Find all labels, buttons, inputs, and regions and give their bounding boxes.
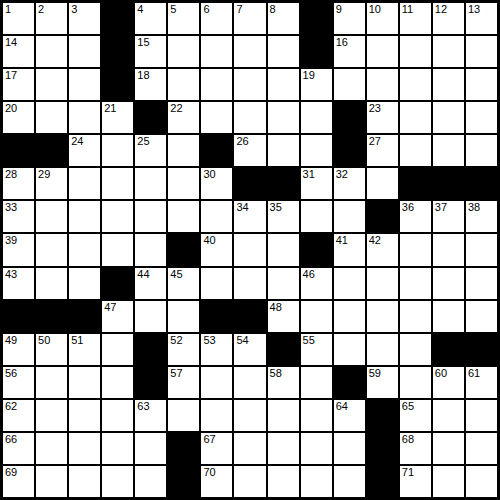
clue-number: 38 xyxy=(468,202,480,213)
cell-r14c9[interactable] xyxy=(268,433,299,464)
cell-r14c2[interactable] xyxy=(36,433,67,464)
cell-r5c12[interactable]: 27 xyxy=(367,135,398,166)
cell-r14c11[interactable] xyxy=(334,433,365,464)
cell-r6c2[interactable]: 29 xyxy=(36,168,67,199)
clue-number: 40 xyxy=(203,235,215,246)
cell-r10c12[interactable] xyxy=(367,301,398,332)
cell-r14c15[interactable] xyxy=(466,433,497,464)
cell-r9c7[interactable] xyxy=(201,268,232,299)
cell-r7c6[interactable] xyxy=(168,201,199,232)
block-cell-r5c11 xyxy=(334,135,365,166)
cell-r8c8[interactable] xyxy=(234,234,265,265)
clue-number: 5 xyxy=(170,4,176,15)
cell-r13c5[interactable]: 63 xyxy=(135,400,166,431)
cell-r12c7[interactable] xyxy=(201,367,232,398)
cell-r12c12[interactable]: 59 xyxy=(367,367,398,398)
cell-r14c8[interactable] xyxy=(234,433,265,464)
cell-r13c13[interactable]: 65 xyxy=(400,400,431,431)
cell-r1c13[interactable]: 11 xyxy=(400,3,431,34)
clue-number: 43 xyxy=(5,269,17,280)
cell-r9c12[interactable] xyxy=(367,268,398,299)
clue-number: 39 xyxy=(5,235,17,246)
clue-number: 10 xyxy=(369,4,381,15)
clue-number: 55 xyxy=(303,335,315,346)
clue-number: 6 xyxy=(203,4,209,15)
cell-r3c1[interactable]: 17 xyxy=(3,69,34,100)
cell-r14c5[interactable] xyxy=(135,433,166,464)
cell-r9c15[interactable] xyxy=(466,268,497,299)
block-cell-r5c1 xyxy=(3,135,34,166)
cell-r3c3[interactable] xyxy=(69,69,100,100)
cell-r5c15[interactable] xyxy=(466,135,497,166)
cell-r6c7[interactable]: 30 xyxy=(201,168,232,199)
cell-r13c2[interactable] xyxy=(36,400,67,431)
clue-number: 30 xyxy=(203,169,215,180)
cell-r15c1[interactable]: 69 xyxy=(3,466,34,497)
block-cell-r14c6 xyxy=(168,433,199,464)
cell-r1c11[interactable]: 9 xyxy=(334,3,365,34)
clue-number: 14 xyxy=(5,37,17,48)
cell-r9c5[interactable]: 44 xyxy=(135,268,166,299)
clue-number: 7 xyxy=(236,4,242,15)
cell-r6c6[interactable] xyxy=(168,168,199,199)
cell-r7c2[interactable] xyxy=(36,201,67,232)
block-cell-r6c8 xyxy=(234,168,265,199)
cell-r14c4[interactable] xyxy=(102,433,133,464)
cell-r1c15[interactable]: 13 xyxy=(466,3,497,34)
cell-r4c9[interactable] xyxy=(268,102,299,133)
block-cell-r4c5 xyxy=(135,102,166,133)
cell-r3c14[interactable] xyxy=(433,69,464,100)
block-cell-r12c11 xyxy=(334,367,365,398)
cell-r8c4[interactable] xyxy=(102,234,133,265)
cell-r6c4[interactable] xyxy=(102,168,133,199)
clue-number: 58 xyxy=(270,368,282,379)
block-cell-r11c15 xyxy=(466,334,497,365)
cell-r13c8[interactable] xyxy=(234,400,265,431)
cell-r10c14[interactable] xyxy=(433,301,464,332)
clue-number: 36 xyxy=(402,202,414,213)
block-cell-r6c9 xyxy=(268,168,299,199)
cell-r2c1[interactable]: 14 xyxy=(3,36,34,67)
clue-number: 71 xyxy=(402,467,414,478)
cell-r8c13[interactable] xyxy=(400,234,431,265)
clue-number: 28 xyxy=(5,169,17,180)
cell-r5c14[interactable] xyxy=(433,135,464,166)
clue-number: 54 xyxy=(236,335,248,346)
cell-r4c6[interactable]: 22 xyxy=(168,102,199,133)
clue-number: 8 xyxy=(270,4,276,15)
block-cell-r1c4 xyxy=(102,3,133,34)
cell-r12c1[interactable]: 56 xyxy=(3,367,34,398)
cell-r10c15[interactable] xyxy=(466,301,497,332)
cell-r4c10[interactable] xyxy=(301,102,332,133)
clue-number: 25 xyxy=(137,136,149,147)
cell-r4c14[interactable] xyxy=(433,102,464,133)
clue-number: 12 xyxy=(435,4,447,15)
cell-r12c3[interactable] xyxy=(69,367,100,398)
cell-r5c13[interactable] xyxy=(400,135,431,166)
clue-number: 19 xyxy=(303,70,315,81)
cell-r13c4[interactable] xyxy=(102,400,133,431)
clue-number: 62 xyxy=(5,401,17,412)
cell-r8c7[interactable]: 40 xyxy=(201,234,232,265)
clue-number: 9 xyxy=(336,4,342,15)
cell-r12c14[interactable]: 60 xyxy=(433,367,464,398)
cell-r3c13[interactable] xyxy=(400,69,431,100)
cell-r11c13[interactable] xyxy=(400,334,431,365)
cell-r2c12[interactable] xyxy=(367,36,398,67)
cell-r11c12[interactable] xyxy=(367,334,398,365)
clue-number: 65 xyxy=(402,401,414,412)
clue-number: 17 xyxy=(5,70,17,81)
block-cell-r10c2 xyxy=(36,301,67,332)
cell-r8c3[interactable] xyxy=(69,234,100,265)
cell-r7c9[interactable]: 35 xyxy=(268,201,299,232)
cell-r7c4[interactable] xyxy=(102,201,133,232)
clue-number: 66 xyxy=(5,434,17,445)
cell-r10c9[interactable]: 48 xyxy=(268,301,299,332)
cell-r2c7[interactable] xyxy=(201,36,232,67)
cell-r7c8[interactable]: 34 xyxy=(234,201,265,232)
cell-r9c10[interactable]: 46 xyxy=(301,268,332,299)
cell-r8c15[interactable] xyxy=(466,234,497,265)
cell-r8c12[interactable]: 42 xyxy=(367,234,398,265)
cell-r7c3[interactable] xyxy=(69,201,100,232)
cell-r13c11[interactable]: 64 xyxy=(334,400,365,431)
cell-r12c9[interactable]: 58 xyxy=(268,367,299,398)
clue-number: 11 xyxy=(402,4,413,15)
clue-number: 52 xyxy=(170,335,182,346)
cell-r3c12[interactable] xyxy=(367,69,398,100)
clue-number: 45 xyxy=(170,269,182,280)
cell-r9c9[interactable] xyxy=(268,268,299,299)
cell-r15c15[interactable] xyxy=(466,466,497,497)
clue-number: 56 xyxy=(5,368,17,379)
cell-r8c5[interactable] xyxy=(135,234,166,265)
block-cell-r15c12 xyxy=(367,466,398,497)
clue-number: 20 xyxy=(5,103,17,114)
cell-r10c13[interactable] xyxy=(400,301,431,332)
cell-r14c14[interactable] xyxy=(433,433,464,464)
clue-number: 57 xyxy=(170,368,182,379)
clue-number: 49 xyxy=(5,335,17,346)
cell-r12c15[interactable]: 61 xyxy=(466,367,497,398)
cell-r11c10[interactable]: 55 xyxy=(301,334,332,365)
cell-r2c6[interactable] xyxy=(168,36,199,67)
cell-r3c11[interactable] xyxy=(334,69,365,100)
cell-r4c7[interactable] xyxy=(201,102,232,133)
clue-number: 37 xyxy=(435,202,447,213)
cell-r14c3[interactable] xyxy=(69,433,100,464)
block-cell-r6c14 xyxy=(433,168,464,199)
cell-r2c11[interactable]: 16 xyxy=(334,36,365,67)
block-cell-r10c3 xyxy=(69,301,100,332)
cell-r13c6[interactable] xyxy=(168,400,199,431)
cell-r6c12[interactable] xyxy=(367,168,398,199)
clue-number: 23 xyxy=(369,103,381,114)
block-cell-r12c5 xyxy=(135,367,166,398)
cell-r13c15[interactable] xyxy=(466,400,497,431)
clue-number: 47 xyxy=(104,302,116,313)
clue-number: 15 xyxy=(137,37,149,48)
block-cell-r10c8 xyxy=(234,301,265,332)
cell-r2c14[interactable] xyxy=(433,36,464,67)
cell-r7c10[interactable] xyxy=(301,201,332,232)
cell-r7c7[interactable] xyxy=(201,201,232,232)
cell-r15c3[interactable] xyxy=(69,466,100,497)
cell-r5c6[interactable] xyxy=(168,135,199,166)
block-cell-r2c4 xyxy=(102,36,133,67)
block-cell-r8c10 xyxy=(301,234,332,265)
cell-r3c5[interactable]: 18 xyxy=(135,69,166,100)
cell-r8c9[interactable] xyxy=(268,234,299,265)
clue-number: 33 xyxy=(5,202,17,213)
cell-r14c13[interactable]: 68 xyxy=(400,433,431,464)
cell-r14c7[interactable]: 67 xyxy=(201,433,232,464)
clue-number: 61 xyxy=(468,368,480,379)
cell-r3c15[interactable] xyxy=(466,69,497,100)
cell-r5c9[interactable] xyxy=(268,135,299,166)
clue-number: 13 xyxy=(468,4,480,15)
cell-r6c11[interactable]: 32 xyxy=(334,168,365,199)
clue-number: 32 xyxy=(336,169,348,180)
cell-r3c2[interactable] xyxy=(36,69,67,100)
cell-r8c2[interactable] xyxy=(36,234,67,265)
cell-r4c13[interactable] xyxy=(400,102,431,133)
cell-r4c12[interactable]: 23 xyxy=(367,102,398,133)
cell-r5c4[interactable] xyxy=(102,135,133,166)
cell-r11c4[interactable] xyxy=(102,334,133,365)
cell-r3c10[interactable]: 19 xyxy=(301,69,332,100)
clue-number: 1 xyxy=(5,4,11,15)
cell-r7c1[interactable]: 33 xyxy=(3,201,34,232)
cell-r15c10[interactable] xyxy=(301,466,332,497)
cell-r1c7[interactable]: 6 xyxy=(201,3,232,34)
cell-r9c14[interactable] xyxy=(433,268,464,299)
cell-r2c3[interactable] xyxy=(69,36,100,67)
cell-r12c2[interactable] xyxy=(36,367,67,398)
cell-r15c13[interactable]: 71 xyxy=(400,466,431,497)
cell-r12c8[interactable] xyxy=(234,367,265,398)
block-cell-r10c7 xyxy=(201,301,232,332)
cell-r13c14[interactable] xyxy=(433,400,464,431)
cell-r2c5[interactable]: 15 xyxy=(135,36,166,67)
clue-number: 48 xyxy=(270,302,282,313)
clue-number: 50 xyxy=(38,335,50,346)
cell-r8c1[interactable]: 39 xyxy=(3,234,34,265)
cell-r13c7[interactable] xyxy=(201,400,232,431)
clue-number: 31 xyxy=(303,169,315,180)
clue-number: 70 xyxy=(203,467,215,478)
cell-r7c14[interactable]: 37 xyxy=(433,201,464,232)
clue-number: 69 xyxy=(5,467,17,478)
cell-r15c2[interactable] xyxy=(36,466,67,497)
cell-r13c9[interactable] xyxy=(268,400,299,431)
clue-number: 29 xyxy=(38,169,50,180)
cell-r3c8[interactable] xyxy=(234,69,265,100)
cell-r13c3[interactable] xyxy=(69,400,100,431)
clue-number: 46 xyxy=(303,269,315,280)
cell-r3c7[interactable] xyxy=(201,69,232,100)
block-cell-r5c7 xyxy=(201,135,232,166)
cell-r10c10[interactable] xyxy=(301,301,332,332)
cell-r10c6[interactable] xyxy=(168,301,199,332)
cell-r1c6[interactable]: 5 xyxy=(168,3,199,34)
cell-r11c11[interactable] xyxy=(334,334,365,365)
cell-r9c13[interactable] xyxy=(400,268,431,299)
block-cell-r11c9 xyxy=(268,334,299,365)
cell-r12c6[interactable]: 57 xyxy=(168,367,199,398)
cell-r12c10[interactable] xyxy=(301,367,332,398)
cell-r4c1[interactable]: 20 xyxy=(3,102,34,133)
cell-r2c8[interactable] xyxy=(234,36,265,67)
cell-r2c15[interactable] xyxy=(466,36,497,67)
block-cell-r10c1 xyxy=(3,301,34,332)
clue-number: 59 xyxy=(369,368,381,379)
cell-r4c8[interactable] xyxy=(234,102,265,133)
cell-r15c11[interactable] xyxy=(334,466,365,497)
block-cell-r7c12 xyxy=(367,201,398,232)
block-cell-r13c12 xyxy=(367,400,398,431)
cell-r1c12[interactable]: 10 xyxy=(367,3,398,34)
cell-r9c6[interactable]: 45 xyxy=(168,268,199,299)
cell-r2c13[interactable] xyxy=(400,36,431,67)
clue-number: 67 xyxy=(203,434,215,445)
cell-r15c5[interactable] xyxy=(135,466,166,497)
cell-r15c8[interactable] xyxy=(234,466,265,497)
cell-r9c8[interactable] xyxy=(234,268,265,299)
block-cell-r3c4 xyxy=(102,69,133,100)
block-cell-r5c2 xyxy=(36,135,67,166)
cell-r14c10[interactable] xyxy=(301,433,332,464)
clue-number: 22 xyxy=(170,103,182,114)
cell-r9c11[interactable] xyxy=(334,268,365,299)
cell-r6c10[interactable]: 31 xyxy=(301,168,332,199)
cell-r3c9[interactable] xyxy=(268,69,299,100)
block-cell-r9c4 xyxy=(102,268,133,299)
cell-r11c8[interactable]: 54 xyxy=(234,334,265,365)
block-cell-r11c14 xyxy=(433,334,464,365)
clue-number: 53 xyxy=(203,335,215,346)
clue-number: 26 xyxy=(236,136,248,147)
cell-r7c13[interactable]: 36 xyxy=(400,201,431,232)
cell-r6c3[interactable] xyxy=(69,168,100,199)
clue-number: 51 xyxy=(71,335,83,346)
block-cell-r6c13 xyxy=(400,168,431,199)
cell-r11c2[interactable]: 50 xyxy=(36,334,67,365)
clue-number: 2 xyxy=(38,4,44,15)
cell-r9c3[interactable] xyxy=(69,268,100,299)
block-cell-r4c11 xyxy=(334,102,365,133)
cell-r12c4[interactable] xyxy=(102,367,133,398)
clue-number: 64 xyxy=(336,401,348,412)
cell-r13c10[interactable] xyxy=(301,400,332,431)
block-cell-r14c12 xyxy=(367,433,398,464)
cell-r6c1[interactable]: 28 xyxy=(3,168,34,199)
cell-r6c5[interactable] xyxy=(135,168,166,199)
block-cell-r11c5 xyxy=(135,334,166,365)
clue-number: 44 xyxy=(137,269,149,280)
cell-r1c14[interactable]: 12 xyxy=(433,3,464,34)
cell-r7c15[interactable]: 38 xyxy=(466,201,497,232)
cell-r15c14[interactable] xyxy=(433,466,464,497)
clue-number: 4 xyxy=(137,4,143,15)
block-cell-r6c15 xyxy=(466,168,497,199)
cell-r13c1[interactable]: 62 xyxy=(3,400,34,431)
clue-number: 60 xyxy=(435,368,447,379)
cell-r8c14[interactable] xyxy=(433,234,464,265)
cell-r15c7[interactable]: 70 xyxy=(201,466,232,497)
clue-number: 35 xyxy=(270,202,282,213)
clue-number: 3 xyxy=(71,4,77,15)
cell-r4c4[interactable]: 21 xyxy=(102,102,133,133)
cell-r1c2[interactable]: 2 xyxy=(36,3,67,34)
cell-r11c6[interactable]: 52 xyxy=(168,334,199,365)
cell-r8c11[interactable]: 41 xyxy=(334,234,365,265)
cell-r11c3[interactable]: 51 xyxy=(69,334,100,365)
cell-r4c15[interactable] xyxy=(466,102,497,133)
cell-r9c1[interactable]: 43 xyxy=(3,268,34,299)
cell-r11c1[interactable]: 49 xyxy=(3,334,34,365)
cell-r1c8[interactable]: 7 xyxy=(234,3,265,34)
cell-r5c3[interactable]: 24 xyxy=(69,135,100,166)
clue-number: 68 xyxy=(402,434,414,445)
cell-r12c13[interactable] xyxy=(400,367,431,398)
cell-r14c1[interactable]: 66 xyxy=(3,433,34,464)
block-cell-r2c10 xyxy=(301,36,332,67)
cell-r10c4[interactable]: 47 xyxy=(102,301,133,332)
block-cell-r15c6 xyxy=(168,466,199,497)
cell-r9c2[interactable] xyxy=(36,268,67,299)
clue-number: 42 xyxy=(369,235,381,246)
cell-r4c3[interactable] xyxy=(69,102,100,133)
clue-number: 21 xyxy=(104,103,116,114)
cell-r15c9[interactable] xyxy=(268,466,299,497)
clue-number: 63 xyxy=(137,401,149,412)
cell-r15c4[interactable] xyxy=(102,466,133,497)
clue-number: 16 xyxy=(336,37,348,48)
clue-number: 34 xyxy=(236,202,248,213)
cell-r4c2[interactable] xyxy=(36,102,67,133)
block-cell-r1c10 xyxy=(301,3,332,34)
cell-r2c9[interactable] xyxy=(268,36,299,67)
cell-r5c5[interactable]: 25 xyxy=(135,135,166,166)
cell-r7c5[interactable] xyxy=(135,201,166,232)
clue-number: 24 xyxy=(71,136,83,147)
block-cell-r8c6 xyxy=(168,234,199,265)
crossword-grid: 1234567891011121314151617181920212223242… xyxy=(0,0,500,500)
cell-r1c3[interactable]: 3 xyxy=(69,3,100,34)
cell-r10c5[interactable] xyxy=(135,301,166,332)
cell-r7c11[interactable] xyxy=(334,201,365,232)
cell-r10c11[interactable] xyxy=(334,301,365,332)
cell-r11c7[interactable]: 53 xyxy=(201,334,232,365)
cell-r2c2[interactable] xyxy=(36,36,67,67)
clue-number: 41 xyxy=(336,235,348,246)
cell-r1c1[interactable]: 1 xyxy=(3,3,34,34)
cell-r1c5[interactable]: 4 xyxy=(135,3,166,34)
cell-r3c6[interactable] xyxy=(168,69,199,100)
clue-number: 18 xyxy=(137,70,149,81)
cell-r1c9[interactable]: 8 xyxy=(268,3,299,34)
clue-number: 27 xyxy=(369,136,381,147)
cell-r5c10[interactable] xyxy=(301,135,332,166)
cell-r5c8[interactable]: 26 xyxy=(234,135,265,166)
